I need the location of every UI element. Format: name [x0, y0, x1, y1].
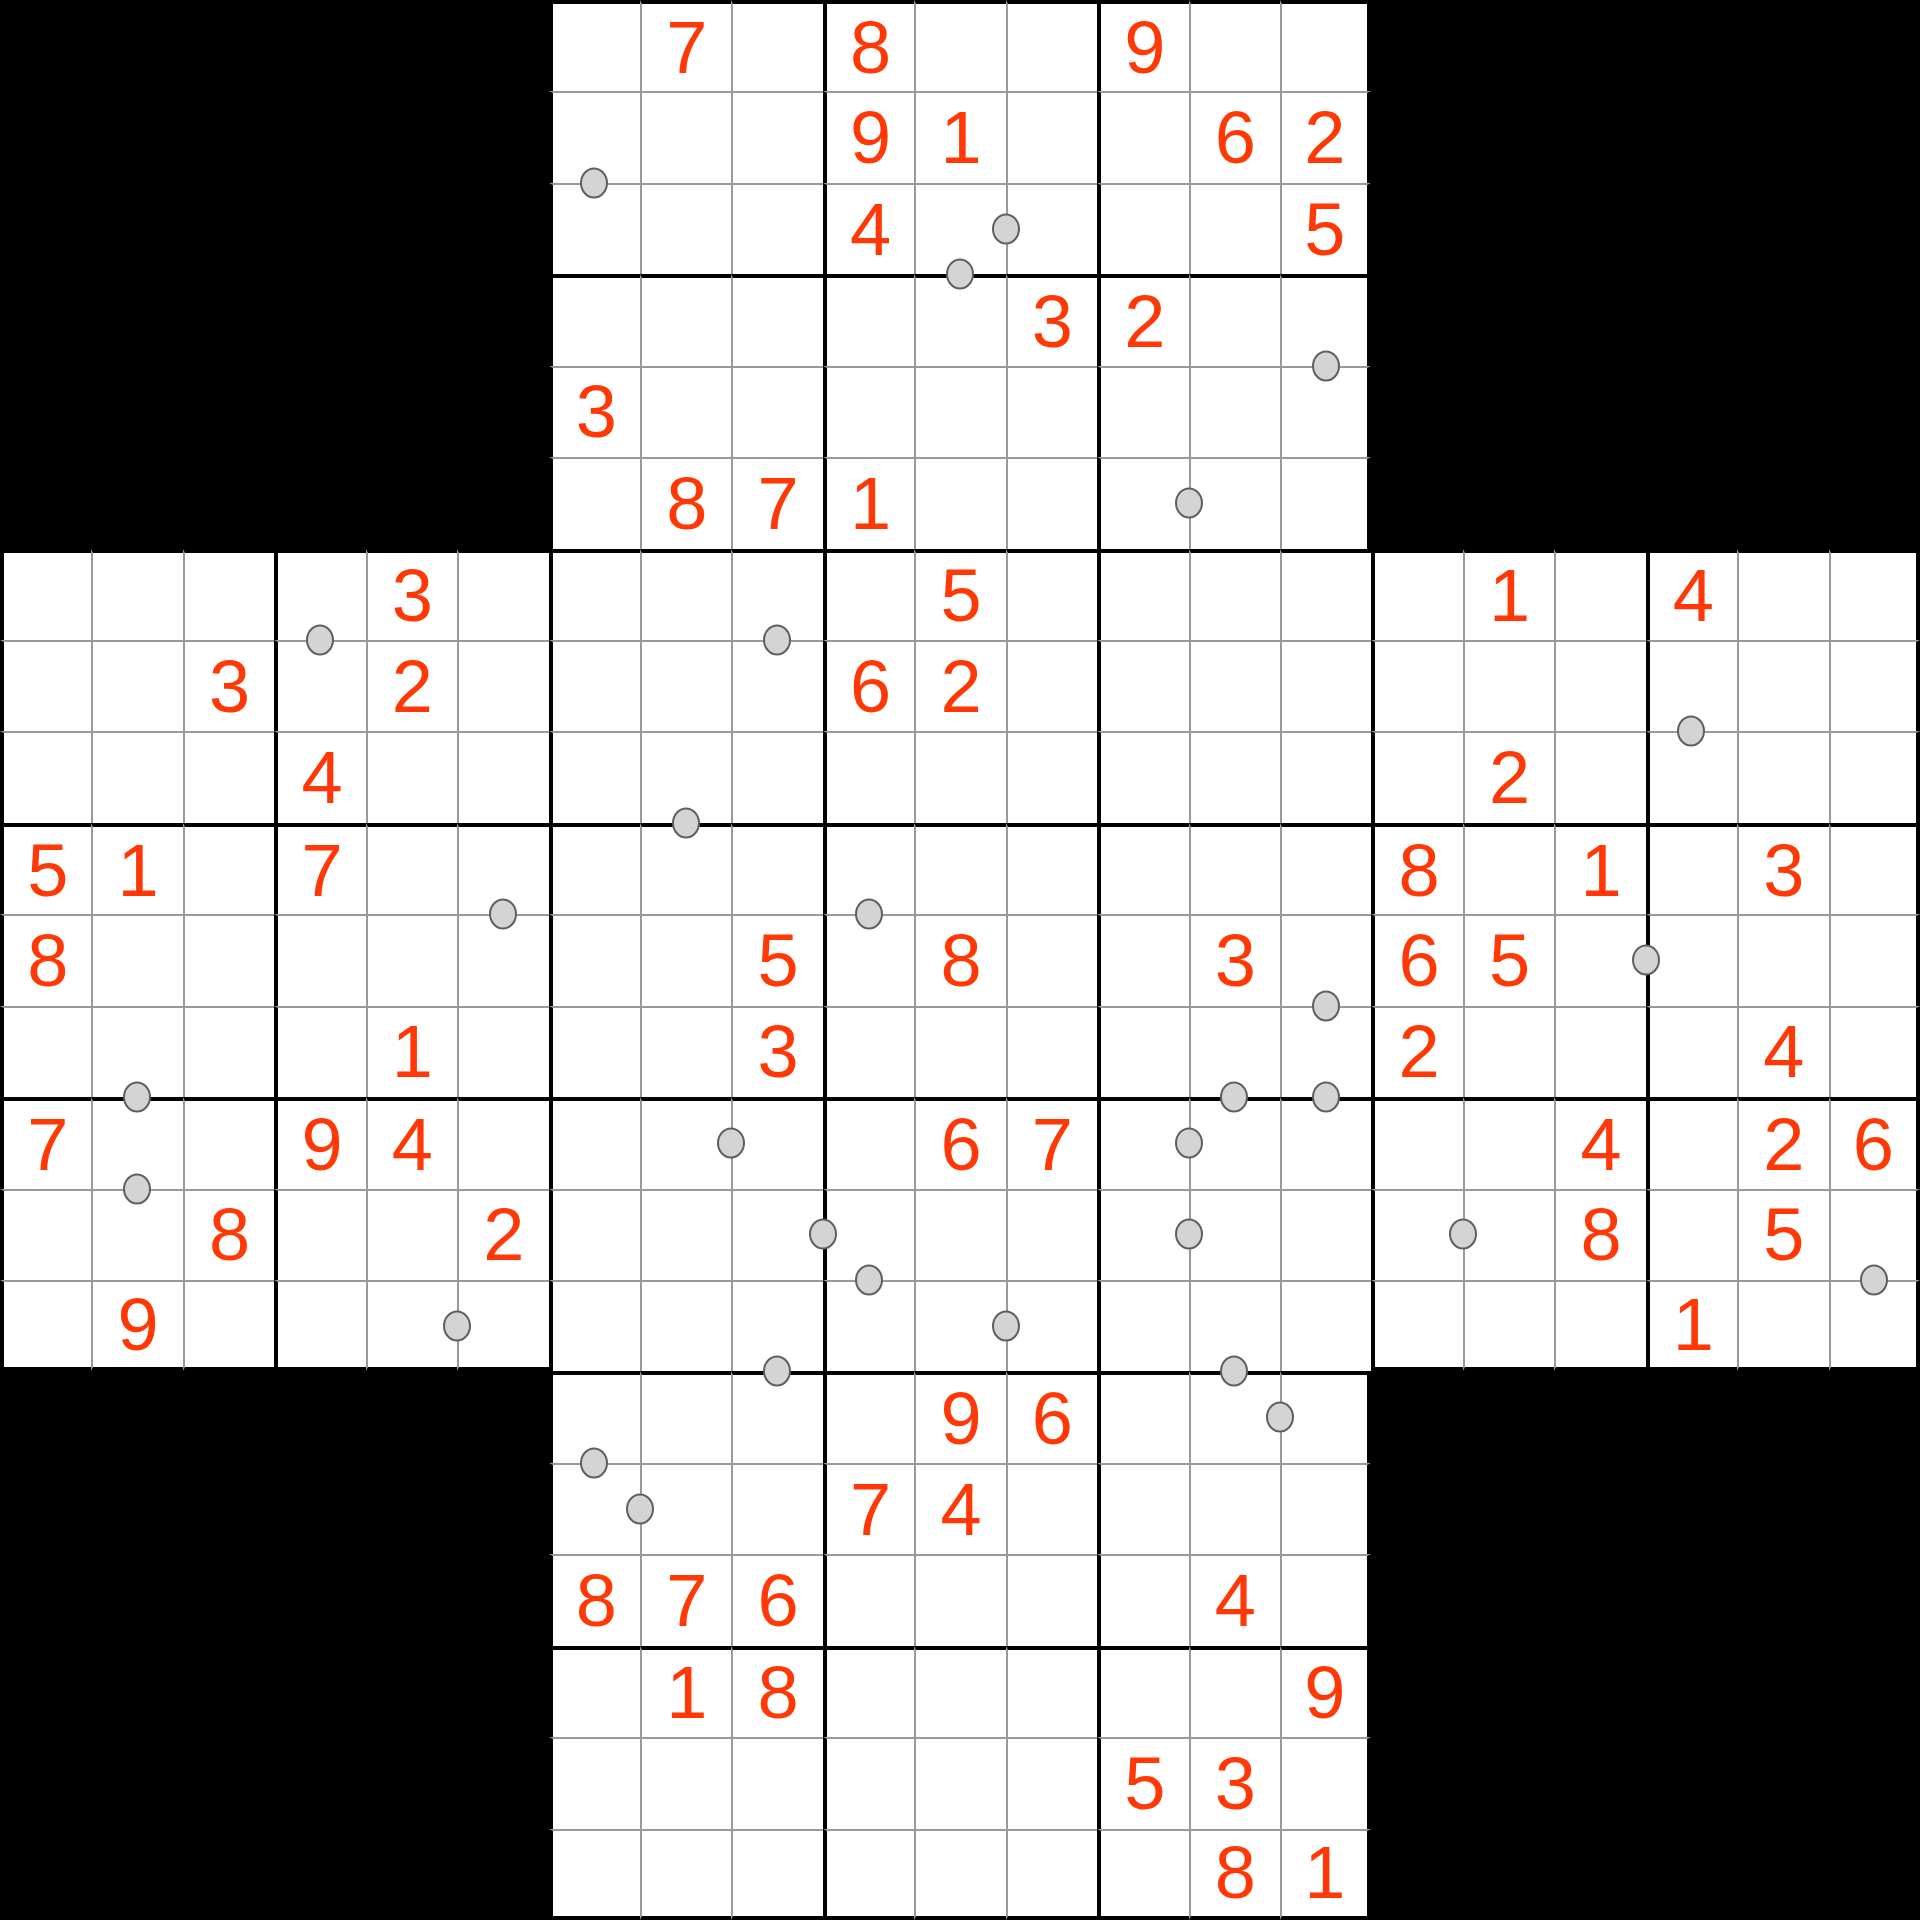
- given-digit-r10c2[interactable]: 1: [91, 823, 182, 914]
- given-digit-r12c16[interactable]: 2: [1371, 1006, 1462, 1097]
- consecutive-dot-icon: [946, 259, 974, 290]
- cell-r21c8[interactable]: [640, 1829, 731, 1920]
- cell-r8c13[interactable]: [1097, 640, 1188, 731]
- given-digit-r17c11[interactable]: 4: [914, 1463, 1005, 1554]
- cell-r16c1: [0, 1371, 91, 1462]
- cell-r3c8[interactable]: [640, 183, 731, 274]
- cell-r17c14[interactable]: [1189, 1463, 1280, 1554]
- cell-r2c1: [0, 91, 91, 182]
- cell-r17c9[interactable]: [731, 1463, 822, 1554]
- consecutive-dot-icon: [1266, 1402, 1294, 1433]
- given-digit-r12c20[interactable]: 4: [1737, 1006, 1828, 1097]
- cell-r13c7[interactable]: [549, 1097, 640, 1188]
- cell-r8c8[interactable]: [640, 640, 731, 731]
- cell-r10c14[interactable]: [1189, 823, 1280, 914]
- cell-r18c20: [1737, 1554, 1828, 1645]
- cell-r14c5[interactable]: [366, 1189, 457, 1280]
- cell-r18c21: [1829, 1554, 1920, 1645]
- cell-r5c12[interactable]: [1006, 366, 1097, 457]
- cell-r21c10[interactable]: [823, 1829, 914, 1920]
- cell-r15c4[interactable]: [274, 1280, 365, 1371]
- cell-r2c20: [1737, 91, 1828, 182]
- given-digit-r13c1[interactable]: 7: [0, 1097, 91, 1188]
- cell-r12c12[interactable]: [1006, 1006, 1097, 1097]
- cell-r10c3[interactable]: [183, 823, 274, 914]
- given-digit-r10c16[interactable]: 8: [1371, 823, 1462, 914]
- cell-r21c9[interactable]: [731, 1829, 822, 1920]
- cell-r10c11[interactable]: [914, 823, 1005, 914]
- cell-r10c7[interactable]: [549, 823, 640, 914]
- cell-r1c14[interactable]: [1189, 0, 1280, 91]
- cell-r12c1[interactable]: [0, 1006, 91, 1097]
- cell-r12c11[interactable]: [914, 1006, 1005, 1097]
- cell-r18c4: [274, 1554, 365, 1645]
- cell-r19c2: [91, 1646, 182, 1737]
- cell-r20c12[interactable]: [1006, 1737, 1097, 1828]
- cell-r7c21[interactable]: [1829, 549, 1920, 640]
- cell-r1c17: [1463, 0, 1554, 91]
- cell-r1c12[interactable]: [1006, 0, 1097, 91]
- given-digit-r7c5[interactable]: 3: [366, 549, 457, 640]
- cell-r3c9[interactable]: [731, 183, 822, 274]
- cell-r14c7[interactable]: [549, 1189, 640, 1280]
- cell-r19c12[interactable]: [1006, 1646, 1097, 1737]
- given-digit-r6c8[interactable]: 8: [640, 457, 731, 548]
- cell-r1c7[interactable]: [549, 0, 640, 91]
- cell-r15c8[interactable]: [640, 1280, 731, 1371]
- cell-r14c4[interactable]: [274, 1189, 365, 1280]
- cell-r9c12[interactable]: [1006, 731, 1097, 822]
- cell-r5c3: [183, 366, 274, 457]
- cell-r15c3[interactable]: [183, 1280, 274, 1371]
- consecutive-dot-icon: [992, 1310, 1020, 1341]
- cell-r4c3: [183, 274, 274, 365]
- given-digit-r8c5[interactable]: 2: [366, 640, 457, 731]
- cell-r10c21[interactable]: [1829, 823, 1920, 914]
- cell-r9c11[interactable]: [914, 731, 1005, 822]
- cell-r13c6[interactable]: [457, 1097, 548, 1188]
- given-digit-r2c15[interactable]: 2: [1280, 91, 1371, 182]
- given-digit-r14c6[interactable]: 2: [457, 1189, 548, 1280]
- cell-r8c12[interactable]: [1006, 640, 1097, 731]
- cell-r9c13[interactable]: [1097, 731, 1188, 822]
- cell-r16c18: [1554, 1371, 1645, 1462]
- cell-r6c6: [457, 457, 548, 548]
- cell-r17c5: [366, 1463, 457, 1554]
- cell-r19c1: [0, 1646, 91, 1737]
- cell-r18c10[interactable]: [823, 1554, 914, 1645]
- given-digit-r14c3[interactable]: 8: [183, 1189, 274, 1280]
- given-digit-r10c18[interactable]: 1: [1554, 823, 1645, 914]
- cell-r5c14[interactable]: [1189, 366, 1280, 457]
- cell-r20c9[interactable]: [731, 1737, 822, 1828]
- given-digit-r15c19[interactable]: 1: [1646, 1280, 1737, 1371]
- cell-r4c6: [457, 274, 548, 365]
- cell-r10c15[interactable]: [1280, 823, 1371, 914]
- cell-r8c2[interactable]: [91, 640, 182, 731]
- cell-r15c1[interactable]: [0, 1280, 91, 1371]
- cell-r13c10[interactable]: [823, 1097, 914, 1188]
- cell-r12c17[interactable]: [1463, 1006, 1554, 1097]
- cell-r7c7[interactable]: [549, 549, 640, 640]
- cell-r13c17[interactable]: [1463, 1097, 1554, 1188]
- cell-r17c2: [91, 1463, 182, 1554]
- given-digit-r18c8[interactable]: 7: [640, 1554, 731, 1645]
- cell-r2c13[interactable]: [1097, 91, 1188, 182]
- given-digit-r10c4[interactable]: 7: [274, 823, 365, 914]
- given-digit-r13c18[interactable]: 4: [1554, 1097, 1645, 1188]
- cell-r16c6: [457, 1371, 548, 1462]
- cell-r5c9[interactable]: [731, 366, 822, 457]
- cell-r21c2: [91, 1829, 182, 1920]
- cell-r14c19[interactable]: [1646, 1189, 1737, 1280]
- cell-r6c12[interactable]: [1006, 457, 1097, 548]
- cell-r15c16[interactable]: [1371, 1280, 1462, 1371]
- cell-r18c16: [1371, 1554, 1462, 1645]
- given-digit-r10c1[interactable]: 5: [0, 823, 91, 914]
- cell-r3c3: [183, 183, 274, 274]
- cell-r2c18: [1554, 91, 1645, 182]
- given-digit-r12c9[interactable]: 3: [731, 1006, 822, 1097]
- cell-r19c14[interactable]: [1189, 1646, 1280, 1737]
- cell-r5c6: [457, 366, 548, 457]
- given-digit-r6c10[interactable]: 1: [823, 457, 914, 548]
- cell-r2c17: [1463, 91, 1554, 182]
- cell-r8c20[interactable]: [1737, 640, 1828, 731]
- cell-r7c20[interactable]: [1737, 549, 1828, 640]
- cell-r21c20: [1737, 1829, 1828, 1920]
- given-digit-r11c1[interactable]: 8: [0, 914, 91, 1005]
- consecutive-dot-icon: [809, 1219, 837, 1250]
- cell-r19c10[interactable]: [823, 1646, 914, 1737]
- cell-r19c19: [1646, 1646, 1737, 1737]
- cell-r21c7[interactable]: [549, 1829, 640, 1920]
- given-digit-r6c9[interactable]: 7: [731, 457, 822, 548]
- cell-r6c15[interactable]: [1280, 457, 1371, 548]
- cell-r17c19: [1646, 1463, 1737, 1554]
- given-digit-r7c19[interactable]: 4: [1646, 549, 1737, 640]
- cell-r7c8[interactable]: [640, 549, 731, 640]
- cell-r18c11[interactable]: [914, 1554, 1005, 1645]
- cell-r4c10[interactable]: [823, 274, 914, 365]
- cell-r20c11[interactable]: [914, 1737, 1005, 1828]
- cell-r14c12[interactable]: [1006, 1189, 1097, 1280]
- given-digit-r2c14[interactable]: 6: [1189, 91, 1280, 182]
- cell-r8c7[interactable]: [549, 640, 640, 731]
- given-digit-r2c10[interactable]: 9: [823, 91, 914, 182]
- cell-r8c15[interactable]: [1280, 640, 1371, 731]
- cell-r6c4: [274, 457, 365, 548]
- cell-r1c6: [457, 0, 548, 91]
- cell-r9c7[interactable]: [549, 731, 640, 822]
- cell-r14c1[interactable]: [0, 1189, 91, 1280]
- given-digit-r7c17[interactable]: 1: [1463, 549, 1554, 640]
- cell-r9c15[interactable]: [1280, 731, 1371, 822]
- cell-r20c7[interactable]: [549, 1737, 640, 1828]
- cell-r11c3[interactable]: [183, 914, 274, 1005]
- consecutive-dot-icon: [1860, 1265, 1888, 1296]
- given-digit-r1c13[interactable]: 9: [1097, 0, 1188, 91]
- cell-r15c7[interactable]: [549, 1280, 640, 1371]
- given-digit-r3c15[interactable]: 5: [1280, 183, 1371, 274]
- cell-r2c9[interactable]: [731, 91, 822, 182]
- cell-r12c7[interactable]: [549, 1006, 640, 1097]
- cell-r9c10[interactable]: [823, 731, 914, 822]
- cell-r13c19[interactable]: [1646, 1097, 1737, 1188]
- cell-r2c12[interactable]: [1006, 91, 1097, 182]
- given-digit-r13c12[interactable]: 7: [1006, 1097, 1097, 1188]
- cell-r9c14[interactable]: [1189, 731, 1280, 822]
- cell-r8c6[interactable]: [457, 640, 548, 731]
- cell-r7c1[interactable]: [0, 549, 91, 640]
- cell-r14c15[interactable]: [1280, 1189, 1371, 1280]
- cell-r8c18[interactable]: [1554, 640, 1645, 731]
- cell-r3c13[interactable]: [1097, 183, 1188, 274]
- cell-r4c9[interactable]: [731, 274, 822, 365]
- cell-r20c5: [366, 1737, 457, 1828]
- cell-r15c15[interactable]: [1280, 1280, 1371, 1371]
- given-digit-r20c14[interactable]: 3: [1189, 1737, 1280, 1828]
- given-digit-r19c15[interactable]: 9: [1280, 1646, 1371, 1737]
- cell-r16c13[interactable]: [1097, 1371, 1188, 1462]
- cell-r11c4[interactable]: [274, 914, 365, 1005]
- cell-r20c8[interactable]: [640, 1737, 731, 1828]
- cell-r9c2[interactable]: [91, 731, 182, 822]
- given-digit-r19c8[interactable]: 1: [640, 1646, 731, 1737]
- cell-r9c1[interactable]: [0, 731, 91, 822]
- cell-r12c13[interactable]: [1097, 1006, 1188, 1097]
- cell-r18c13[interactable]: [1097, 1554, 1188, 1645]
- cell-r4c18: [1554, 274, 1645, 365]
- cell-r12c6[interactable]: [457, 1006, 548, 1097]
- given-digit-r13c20[interactable]: 2: [1737, 1097, 1828, 1188]
- cell-r8c14[interactable]: [1189, 640, 1280, 731]
- cell-r10c9[interactable]: [731, 823, 822, 914]
- given-digit-r11c17[interactable]: 5: [1463, 914, 1554, 1005]
- cell-r4c7[interactable]: [549, 274, 640, 365]
- cell-r12c8[interactable]: [640, 1006, 731, 1097]
- given-digit-r16c12[interactable]: 6: [1006, 1371, 1097, 1462]
- cell-r11c5[interactable]: [366, 914, 457, 1005]
- cell-r16c10[interactable]: [823, 1371, 914, 1462]
- given-digit-r7c11[interactable]: 5: [914, 549, 1005, 640]
- given-digit-r13c5[interactable]: 4: [366, 1097, 457, 1188]
- given-digit-r9c4[interactable]: 4: [274, 731, 365, 822]
- given-digit-r4c12[interactable]: 3: [1006, 274, 1097, 365]
- cell-r5c13[interactable]: [1097, 366, 1188, 457]
- cell-r13c16[interactable]: [1371, 1097, 1462, 1188]
- given-digit-r11c16[interactable]: 6: [1371, 914, 1462, 1005]
- cell-r8c17[interactable]: [1463, 640, 1554, 731]
- cell-r7c16[interactable]: [1371, 549, 1462, 640]
- cell-r4c19: [1646, 274, 1737, 365]
- cell-r11c2[interactable]: [91, 914, 182, 1005]
- cell-r21c11[interactable]: [914, 1829, 1005, 1920]
- cell-r20c4: [274, 1737, 365, 1828]
- given-digit-r13c21[interactable]: 6: [1829, 1097, 1920, 1188]
- cell-r3c16: [1371, 183, 1462, 274]
- given-digit-r10c20[interactable]: 3: [1737, 823, 1828, 914]
- cell-r21c12[interactable]: [1006, 1829, 1097, 1920]
- cell-r21c13[interactable]: [1097, 1829, 1188, 1920]
- cell-r10c19[interactable]: [1646, 823, 1737, 914]
- given-digit-r2c11[interactable]: 1: [914, 91, 1005, 182]
- cell-r1c9[interactable]: [731, 0, 822, 91]
- cell-r4c14[interactable]: [1189, 274, 1280, 365]
- cell-r19c7[interactable]: [549, 1646, 640, 1737]
- cell-r15c17[interactable]: [1463, 1280, 1554, 1371]
- cell-r3c14[interactable]: [1189, 183, 1280, 274]
- consecutive-dot-icon: [1677, 716, 1705, 747]
- cell-r9c18[interactable]: [1554, 731, 1645, 822]
- cell-r19c4: [274, 1646, 365, 1737]
- cell-r11c20[interactable]: [1737, 914, 1828, 1005]
- cell-r9c20[interactable]: [1737, 731, 1828, 822]
- given-digit-r18c14[interactable]: 4: [1189, 1554, 1280, 1645]
- given-digit-r8c3[interactable]: 3: [183, 640, 274, 731]
- cell-r20c15[interactable]: [1280, 1737, 1371, 1828]
- given-digit-r21c15[interactable]: 1: [1280, 1829, 1371, 1920]
- cell-r9c6[interactable]: [457, 731, 548, 822]
- cell-r14c8[interactable]: [640, 1189, 731, 1280]
- cell-r11c21[interactable]: [1829, 914, 1920, 1005]
- cell-r7c2[interactable]: [91, 549, 182, 640]
- cell-r6c11[interactable]: [914, 457, 1005, 548]
- cell-r11c7[interactable]: [549, 914, 640, 1005]
- cell-r10c12[interactable]: [1006, 823, 1097, 914]
- given-digit-r3c10[interactable]: 4: [823, 183, 914, 274]
- given-digit-r13c11[interactable]: 6: [914, 1097, 1005, 1188]
- cell-r5c11[interactable]: [914, 366, 1005, 457]
- given-digit-r8c11[interactable]: 2: [914, 640, 1005, 731]
- given-digit-r11c14[interactable]: 3: [1189, 914, 1280, 1005]
- cell-r12c10[interactable]: [823, 1006, 914, 1097]
- cell-r8c21[interactable]: [1829, 640, 1920, 731]
- cell-r11c8[interactable]: [640, 914, 731, 1005]
- cell-r6c3: [183, 457, 274, 548]
- given-digit-r18c9[interactable]: 6: [731, 1554, 822, 1645]
- given-digit-r15c2[interactable]: 9: [91, 1280, 182, 1371]
- cell-r4c17: [1463, 274, 1554, 365]
- cell-r2c8[interactable]: [640, 91, 731, 182]
- cell-r3c21: [1829, 183, 1920, 274]
- cell-r7c3[interactable]: [183, 549, 274, 640]
- cell-r7c18[interactable]: [1554, 549, 1645, 640]
- cell-r9c5[interactable]: [366, 731, 457, 822]
- cell-r21c5: [366, 1829, 457, 1920]
- cell-r4c8[interactable]: [640, 274, 731, 365]
- given-digit-r1c10[interactable]: 8: [823, 0, 914, 91]
- cell-r15c20[interactable]: [1737, 1280, 1828, 1371]
- cell-r17c13[interactable]: [1097, 1463, 1188, 1554]
- cell-r15c13[interactable]: [1097, 1280, 1188, 1371]
- cell-r7c12[interactable]: [1006, 549, 1097, 640]
- cell-r11c12[interactable]: [1006, 914, 1097, 1005]
- cell-r9c21[interactable]: [1829, 731, 1920, 822]
- cell-r10c5[interactable]: [366, 823, 457, 914]
- cell-r18c12[interactable]: [1006, 1554, 1097, 1645]
- given-digit-r19c9[interactable]: 8: [731, 1646, 822, 1737]
- cell-r4c1: [0, 274, 91, 365]
- cell-r2c3: [183, 91, 274, 182]
- cell-r7c15[interactable]: [1280, 549, 1371, 640]
- cell-r16c17: [1463, 1371, 1554, 1462]
- cell-r5c8[interactable]: [640, 366, 731, 457]
- given-digit-r12c5[interactable]: 1: [366, 1006, 457, 1097]
- cell-r19c13[interactable]: [1097, 1646, 1188, 1737]
- cell-r14c11[interactable]: [914, 1189, 1005, 1280]
- cell-r12c19[interactable]: [1646, 1006, 1737, 1097]
- given-digit-r20c13[interactable]: 5: [1097, 1737, 1188, 1828]
- given-digit-r11c9[interactable]: 5: [731, 914, 822, 1005]
- cell-r5c19: [1646, 366, 1737, 457]
- given-digit-r13c4[interactable]: 9: [274, 1097, 365, 1188]
- given-digit-r21c14[interactable]: 8: [1189, 1829, 1280, 1920]
- cell-r8c1[interactable]: [0, 640, 91, 731]
- cell-r12c4[interactable]: [274, 1006, 365, 1097]
- given-digit-r14c20[interactable]: 5: [1737, 1189, 1828, 1280]
- cell-r7c13[interactable]: [1097, 549, 1188, 640]
- cell-r12c18[interactable]: [1554, 1006, 1645, 1097]
- cell-r17c15[interactable]: [1280, 1463, 1371, 1554]
- consecutive-dot-icon: [123, 1173, 151, 1204]
- cell-r1c11[interactable]: [914, 0, 1005, 91]
- cell-r9c16[interactable]: [1371, 731, 1462, 822]
- cell-r17c18: [1554, 1463, 1645, 1554]
- cell-r7c10[interactable]: [823, 549, 914, 640]
- cell-r7c14[interactable]: [1189, 549, 1280, 640]
- cell-r9c3[interactable]: [183, 731, 274, 822]
- given-digit-r11c11[interactable]: 8: [914, 914, 1005, 1005]
- cell-r2c5: [366, 91, 457, 182]
- given-digit-r9c17[interactable]: 2: [1463, 731, 1554, 822]
- cell-r16c4: [274, 1371, 365, 1462]
- given-digit-r14c18[interactable]: 8: [1554, 1189, 1645, 1280]
- cell-r4c5: [366, 274, 457, 365]
- cell-r16c8[interactable]: [640, 1371, 731, 1462]
- given-digit-r1c8[interactable]: 7: [640, 0, 731, 91]
- cell-r5c10[interactable]: [823, 366, 914, 457]
- given-digit-r16c11[interactable]: 9: [914, 1371, 1005, 1462]
- cell-r16c3: [183, 1371, 274, 1462]
- cell-r13c3[interactable]: [183, 1097, 274, 1188]
- given-digit-r5c7[interactable]: 3: [549, 366, 640, 457]
- consecutive-dot-icon: [1312, 990, 1340, 1021]
- cell-r8c16[interactable]: [1371, 640, 1462, 731]
- cell-r10c17[interactable]: [1463, 823, 1554, 914]
- cell-r12c3[interactable]: [183, 1006, 274, 1097]
- cell-r10c13[interactable]: [1097, 823, 1188, 914]
- cell-r11c13[interactable]: [1097, 914, 1188, 1005]
- cell-r17c12[interactable]: [1006, 1463, 1097, 1554]
- cell-r18c15[interactable]: [1280, 1554, 1371, 1645]
- given-digit-r18c7[interactable]: 8: [549, 1554, 640, 1645]
- given-digit-r4c13[interactable]: 2: [1097, 274, 1188, 365]
- given-digit-r17c10[interactable]: 7: [823, 1463, 914, 1554]
- cell-r21c19: [1646, 1829, 1737, 1920]
- cell-r5c18: [1554, 366, 1645, 457]
- cell-r9c9[interactable]: [731, 731, 822, 822]
- cell-r1c15[interactable]: [1280, 0, 1371, 91]
- cell-r15c18[interactable]: [1554, 1280, 1645, 1371]
- cell-r7c6[interactable]: [457, 549, 548, 640]
- cell-r12c21[interactable]: [1829, 1006, 1920, 1097]
- cell-r20c10[interactable]: [823, 1737, 914, 1828]
- given-digit-r8c10[interactable]: 6: [823, 640, 914, 731]
- cell-r17c6: [457, 1463, 548, 1554]
- cell-r6c7[interactable]: [549, 457, 640, 548]
- cell-r19c11[interactable]: [914, 1646, 1005, 1737]
